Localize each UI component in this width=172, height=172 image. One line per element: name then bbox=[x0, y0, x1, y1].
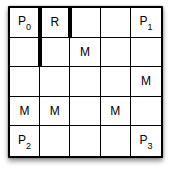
cell-r3c4 bbox=[131, 97, 161, 127]
cell-r4c2 bbox=[70, 126, 100, 156]
cell-r3c1: M bbox=[40, 97, 70, 127]
cell-label-m: M bbox=[20, 105, 30, 117]
cell-r0c1: R bbox=[40, 8, 70, 38]
cell-r1c0 bbox=[10, 38, 40, 68]
cell-label-m: M bbox=[80, 46, 90, 58]
cell-label-r: R bbox=[50, 16, 59, 28]
inner-wall-1 bbox=[68, 8, 72, 38]
cell-r2c4: M bbox=[131, 67, 161, 97]
gridworld-board: P0RP1MMMMMP2P3 bbox=[8, 6, 163, 158]
cell-label-p1: P1 bbox=[139, 15, 152, 30]
inner-wall-0 bbox=[38, 8, 42, 67]
cell-r3c2 bbox=[70, 97, 100, 127]
cell-r4c0: P2 bbox=[10, 126, 40, 156]
cell-label-p2: P2 bbox=[18, 134, 31, 149]
cell-r2c1 bbox=[40, 67, 70, 97]
cell-label-m: M bbox=[110, 105, 120, 117]
cell-label-p0: P0 bbox=[18, 15, 31, 30]
cell-r1c1 bbox=[40, 38, 70, 68]
cell-label-m: M bbox=[141, 75, 151, 87]
cell-r0c4: P1 bbox=[131, 8, 161, 38]
cell-r0c3 bbox=[101, 8, 131, 38]
cell-label-m: M bbox=[50, 105, 60, 117]
cell-r4c1 bbox=[40, 126, 70, 156]
cell-r1c3 bbox=[101, 38, 131, 68]
cell-r2c3 bbox=[101, 67, 131, 97]
cell-label-p3: P3 bbox=[139, 134, 152, 149]
cell-r2c0 bbox=[10, 67, 40, 97]
cell-r1c4 bbox=[131, 38, 161, 68]
cell-r1c2: M bbox=[70, 38, 100, 68]
cell-r3c0: M bbox=[10, 97, 40, 127]
cell-r3c3: M bbox=[101, 97, 131, 127]
cell-r0c0: P0 bbox=[10, 8, 40, 38]
cell-r2c2 bbox=[70, 67, 100, 97]
cell-r4c3 bbox=[101, 126, 131, 156]
cell-r0c2 bbox=[70, 8, 100, 38]
cell-r4c4: P3 bbox=[131, 126, 161, 156]
gridworld-figure: P0RP1MMMMMP2P3 bbox=[0, 0, 172, 172]
